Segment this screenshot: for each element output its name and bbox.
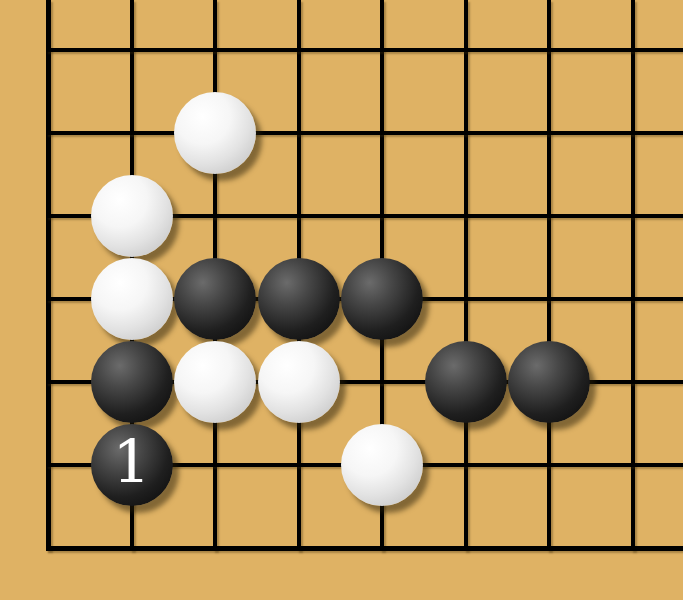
stones-layer: 1 [6,9,674,590]
black-stone [174,258,256,340]
white-stone [341,424,423,506]
go-board[interactable]: 1 [0,0,683,600]
white-stone [174,92,256,174]
move-number-label: 1 [112,432,150,492]
black-stone [91,341,173,423]
black-stone-move-1: 1 [91,424,173,506]
black-stone [341,258,423,340]
go-board-diagram: 1 [0,0,683,600]
white-stone [91,175,173,257]
white-stone [91,258,173,340]
black-stone [508,341,590,423]
white-stone [174,341,256,423]
black-stone [425,341,507,423]
white-stone [258,341,340,423]
black-stone [258,258,340,340]
